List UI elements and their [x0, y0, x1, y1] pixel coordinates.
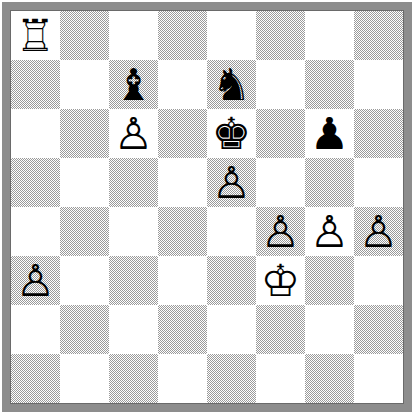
black-knight-e7[interactable]: ♞: [212, 60, 251, 109]
square-b3[interactable]: [60, 256, 109, 305]
square-e8[interactable]: [207, 11, 256, 60]
square-a8[interactable]: ♖: [11, 11, 60, 60]
square-e5[interactable]: ♙: [207, 158, 256, 207]
black-king-e6[interactable]: ♚: [212, 109, 251, 158]
square-f6[interactable]: [256, 109, 305, 158]
square-c4[interactable]: [109, 207, 158, 256]
square-d7[interactable]: [158, 60, 207, 109]
chess-diagram: ♖♝♞♙♚♟♙♙♙♙♙♔: [0, 0, 414, 414]
square-g8[interactable]: [305, 11, 354, 60]
square-c1[interactable]: [109, 354, 158, 403]
white-pawn-c6[interactable]: ♙: [114, 109, 153, 158]
square-d5[interactable]: [158, 158, 207, 207]
square-h7[interactable]: [354, 60, 403, 109]
square-a3[interactable]: ♙: [11, 256, 60, 305]
square-f3[interactable]: ♔: [256, 256, 305, 305]
white-pawn-g4[interactable]: ♙: [310, 207, 349, 256]
square-c3[interactable]: [109, 256, 158, 305]
white-rook-a8[interactable]: ♖: [16, 11, 55, 60]
square-e7[interactable]: ♞: [207, 60, 256, 109]
chess-board: ♖♝♞♙♚♟♙♙♙♙♙♔: [10, 10, 404, 404]
black-pawn-g6[interactable]: ♟: [310, 109, 349, 158]
square-d3[interactable]: [158, 256, 207, 305]
square-h8[interactable]: [354, 11, 403, 60]
square-h1[interactable]: [354, 354, 403, 403]
square-f8[interactable]: [256, 11, 305, 60]
square-h2[interactable]: [354, 305, 403, 354]
square-a7[interactable]: [11, 60, 60, 109]
square-b2[interactable]: [60, 305, 109, 354]
square-c8[interactable]: [109, 11, 158, 60]
square-f7[interactable]: [256, 60, 305, 109]
square-f2[interactable]: [256, 305, 305, 354]
square-d4[interactable]: [158, 207, 207, 256]
square-g5[interactable]: [305, 158, 354, 207]
square-b5[interactable]: [60, 158, 109, 207]
square-e3[interactable]: [207, 256, 256, 305]
square-f4[interactable]: ♙: [256, 207, 305, 256]
square-h5[interactable]: [354, 158, 403, 207]
square-e1[interactable]: [207, 354, 256, 403]
square-c7[interactable]: ♝: [109, 60, 158, 109]
square-e4[interactable]: [207, 207, 256, 256]
square-g3[interactable]: [305, 256, 354, 305]
square-a5[interactable]: [11, 158, 60, 207]
square-h3[interactable]: [354, 256, 403, 305]
square-b4[interactable]: [60, 207, 109, 256]
square-c2[interactable]: [109, 305, 158, 354]
square-g1[interactable]: [305, 354, 354, 403]
square-a6[interactable]: [11, 109, 60, 158]
square-d6[interactable]: [158, 109, 207, 158]
square-c5[interactable]: [109, 158, 158, 207]
square-h4[interactable]: ♙: [354, 207, 403, 256]
board-frame: ♖♝♞♙♚♟♙♙♙♙♙♔: [2, 2, 412, 412]
white-pawn-h4[interactable]: ♙: [359, 207, 398, 256]
square-d1[interactable]: [158, 354, 207, 403]
square-g4[interactable]: ♙: [305, 207, 354, 256]
square-b1[interactable]: [60, 354, 109, 403]
square-d8[interactable]: [158, 11, 207, 60]
white-king-f3[interactable]: ♔: [261, 256, 300, 305]
square-f5[interactable]: [256, 158, 305, 207]
square-e2[interactable]: [207, 305, 256, 354]
square-a1[interactable]: [11, 354, 60, 403]
square-c6[interactable]: ♙: [109, 109, 158, 158]
black-bishop-c7[interactable]: ♝: [114, 60, 153, 109]
white-pawn-e5[interactable]: ♙: [212, 158, 251, 207]
square-d2[interactable]: [158, 305, 207, 354]
square-g6[interactable]: ♟: [305, 109, 354, 158]
white-pawn-f4[interactable]: ♙: [261, 207, 300, 256]
square-h6[interactable]: [354, 109, 403, 158]
square-a2[interactable]: [11, 305, 60, 354]
square-b6[interactable]: [60, 109, 109, 158]
square-b8[interactable]: [60, 11, 109, 60]
square-e6[interactable]: ♚: [207, 109, 256, 158]
square-b7[interactable]: [60, 60, 109, 109]
square-g2[interactable]: [305, 305, 354, 354]
white-pawn-a3[interactable]: ♙: [16, 256, 55, 305]
square-a4[interactable]: [11, 207, 60, 256]
square-f1[interactable]: [256, 354, 305, 403]
square-g7[interactable]: [305, 60, 354, 109]
